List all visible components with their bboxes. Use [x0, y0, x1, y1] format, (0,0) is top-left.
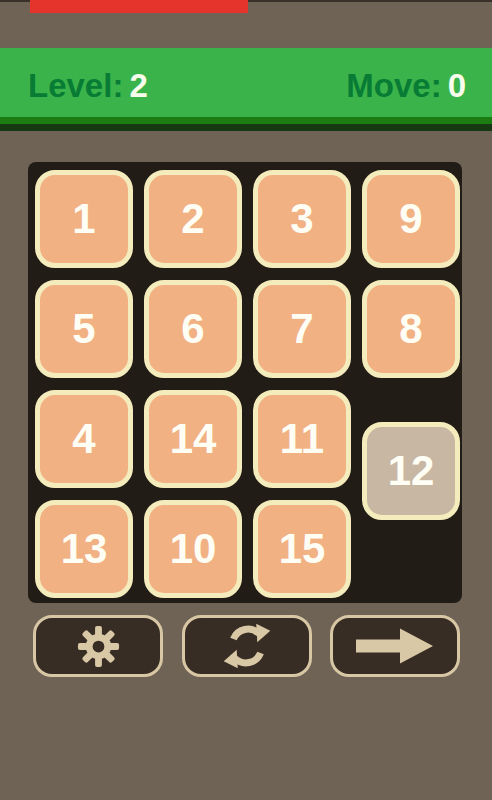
tile-11[interactable]: 11 — [253, 390, 351, 488]
gear-icon — [75, 623, 122, 670]
tile-15[interactable]: 15 — [253, 500, 351, 598]
tile-13[interactable]: 13 — [35, 500, 133, 598]
tile-6[interactable]: 6 — [144, 280, 242, 378]
tile-3[interactable]: 3 — [253, 170, 351, 268]
header-bottom-edge — [0, 117, 492, 124]
tile-9[interactable]: 9 — [362, 170, 460, 268]
restart-button[interactable] — [182, 615, 312, 677]
top-red-strip — [30, 0, 248, 13]
refresh-icon — [221, 620, 273, 672]
tile-12-sliding[interactable]: 12 — [362, 422, 460, 520]
next-button[interactable] — [330, 615, 460, 677]
move-value: 0 — [448, 67, 466, 104]
tile-1[interactable]: 1 — [35, 170, 133, 268]
move-label: Move: — [346, 67, 441, 104]
tile-10[interactable]: 10 — [144, 500, 242, 598]
level-indicator: Level:2 — [28, 67, 148, 105]
move-indicator: Move:0 — [346, 67, 466, 105]
level-label: Level: — [28, 67, 123, 104]
tile-14[interactable]: 14 — [144, 390, 242, 488]
arrow-right-icon — [356, 627, 434, 665]
settings-button[interactable] — [33, 615, 163, 677]
header-bottom-shadow — [0, 124, 492, 131]
tile-4[interactable]: 4 — [35, 390, 133, 488]
level-value: 2 — [129, 67, 147, 104]
tile-2[interactable]: 2 — [144, 170, 242, 268]
puzzle-board: 1 2 3 9 5 6 7 8 4 14 11 12 13 10 15 — [28, 162, 462, 603]
tile-5[interactable]: 5 — [35, 280, 133, 378]
tile-8[interactable]: 8 — [362, 280, 460, 378]
game-header: Level:2 Move:0 — [0, 48, 492, 117]
tile-7[interactable]: 7 — [253, 280, 351, 378]
toolbar — [33, 615, 460, 677]
